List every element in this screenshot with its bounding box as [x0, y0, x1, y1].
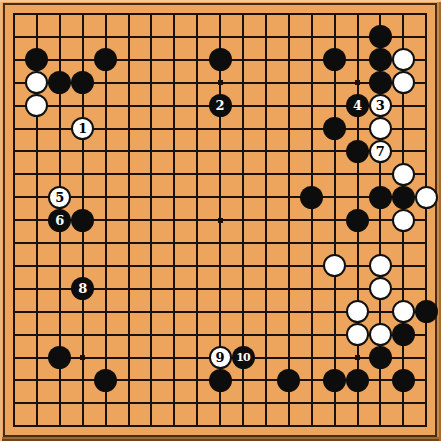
stone-black[interactable] [369, 48, 392, 71]
move-number: 8 [78, 282, 87, 295]
stone-white[interactable] [25, 71, 48, 94]
stone-white-move-7[interactable]: 7 [369, 140, 392, 163]
stone-black[interactable] [323, 48, 346, 71]
move-number: 5 [55, 191, 64, 204]
stone-black[interactable] [25, 48, 48, 71]
stone-white[interactable] [369, 323, 392, 346]
stone-white[interactable] [392, 48, 415, 71]
star-point [218, 80, 223, 85]
stone-white[interactable] [369, 254, 392, 277]
stone-black-move-10[interactable]: 10 [232, 346, 255, 369]
stone-black[interactable] [392, 186, 415, 209]
grid-line-vertical [265, 13, 267, 427]
stone-black[interactable] [209, 48, 232, 71]
stone-white[interactable] [346, 300, 369, 323]
stone-black[interactable] [346, 369, 369, 392]
grid-line-horizontal [13, 265, 427, 267]
move-number: 7 [376, 145, 385, 158]
star-point [355, 80, 360, 85]
stone-white[interactable] [369, 117, 392, 140]
stone-white[interactable] [392, 71, 415, 94]
stone-black[interactable] [209, 369, 232, 392]
grid-line-vertical [288, 13, 290, 427]
grid-line-vertical [425, 13, 427, 427]
stone-white-move-9[interactable]: 9 [209, 346, 232, 369]
stone-black[interactable] [369, 25, 392, 48]
stone-white[interactable] [323, 254, 346, 277]
stone-black[interactable] [346, 140, 369, 163]
star-point [355, 355, 360, 360]
move-number: 10 [236, 352, 249, 363]
move-number: 2 [216, 99, 225, 112]
stone-black[interactable] [346, 209, 369, 232]
move-number: 6 [55, 214, 64, 227]
stone-black-move-8[interactable]: 8 [71, 277, 94, 300]
stone-white-move-5[interactable]: 5 [48, 186, 71, 209]
stone-black[interactable] [71, 71, 94, 94]
stone-black[interactable] [277, 369, 300, 392]
move-number: 1 [78, 122, 87, 135]
stone-white[interactable] [346, 323, 369, 346]
stone-black[interactable] [94, 48, 117, 71]
stone-black[interactable] [48, 346, 71, 369]
stone-black[interactable] [415, 300, 438, 323]
stone-black[interactable] [392, 369, 415, 392]
stone-white[interactable] [369, 277, 392, 300]
stone-white[interactable] [392, 163, 415, 186]
stone-white-move-3[interactable]: 3 [369, 94, 392, 117]
move-number: 9 [216, 351, 225, 364]
stone-black[interactable] [48, 71, 71, 94]
stone-black[interactable] [71, 209, 94, 232]
stone-white-move-1[interactable]: 1 [71, 117, 94, 140]
stone-black-move-6[interactable]: 6 [48, 209, 71, 232]
go-board[interactable]: 24317568910 [0, 0, 441, 441]
grid-line-vertical [334, 13, 336, 427]
stone-white[interactable] [25, 94, 48, 117]
move-number: 3 [376, 99, 385, 112]
stone-black-move-2[interactable]: 2 [209, 94, 232, 117]
stone-black[interactable] [369, 346, 392, 369]
grid-line-horizontal [13, 402, 427, 404]
grid-line-vertical [311, 13, 313, 427]
move-number: 4 [353, 99, 362, 112]
stone-black[interactable] [369, 71, 392, 94]
stone-black[interactable] [94, 369, 117, 392]
grid-line-horizontal [13, 425, 427, 427]
star-point [218, 218, 223, 223]
stone-black[interactable] [369, 186, 392, 209]
stone-black[interactable] [323, 369, 346, 392]
stone-white[interactable] [415, 186, 438, 209]
stone-black-move-4[interactable]: 4 [346, 94, 369, 117]
stone-white[interactable] [392, 209, 415, 232]
stone-black[interactable] [392, 323, 415, 346]
stone-black[interactable] [323, 117, 346, 140]
grid-line-horizontal [13, 242, 427, 244]
stone-white[interactable] [392, 300, 415, 323]
star-point [80, 355, 85, 360]
stone-black[interactable] [300, 186, 323, 209]
